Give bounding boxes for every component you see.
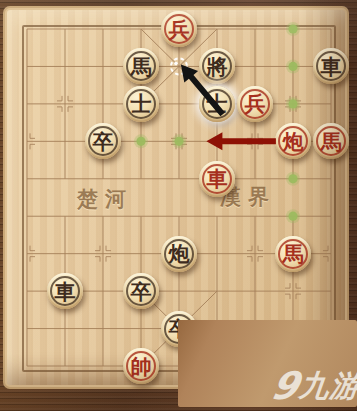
black-soldier-2[interactable]: 卒 — [123, 273, 159, 309]
piece-character: 卒 — [93, 131, 114, 152]
red-general[interactable]: 帥 — [123, 348, 159, 384]
black-advisor-2[interactable]: 士 — [199, 86, 235, 122]
piece-character: 卒 — [169, 318, 190, 339]
piece-character: 炮 — [169, 243, 190, 264]
black-chariot-2[interactable]: 車 — [47, 273, 83, 309]
piece-character: 士 — [131, 93, 152, 114]
red-soldier-2[interactable]: 兵 — [237, 86, 273, 122]
piece-character: 將 — [207, 56, 228, 77]
xiangqi-screenshot: { "game": "xiangqi", "board": { "files":… — [0, 0, 357, 411]
black-advisor-1[interactable]: 士 — [123, 86, 159, 122]
piece-character: 車 — [321, 56, 342, 77]
red-horse-2[interactable]: 馬 — [275, 236, 311, 272]
piece-character: 帥 — [131, 356, 152, 377]
black-soldier-3[interactable]: 卒 — [161, 311, 197, 347]
black-cannon-1[interactable]: 炮 — [161, 236, 197, 272]
piece-character: 兵 — [245, 93, 266, 114]
piece-character: 士 — [207, 93, 228, 114]
piece-character: 兵 — [169, 19, 190, 40]
red-chariot-1[interactable]: 車 — [199, 161, 235, 197]
piece-character: 卒 — [131, 281, 152, 302]
piece-character: 車 — [207, 168, 228, 189]
red-soldier-1[interactable]: 兵 — [161, 11, 197, 47]
piece-character: 車 — [55, 281, 76, 302]
piece-character: 馬 — [283, 243, 304, 264]
piece-character: 炮 — [283, 131, 304, 152]
piece-character: 馬 — [131, 56, 152, 77]
piece-character: 馬 — [321, 131, 342, 152]
